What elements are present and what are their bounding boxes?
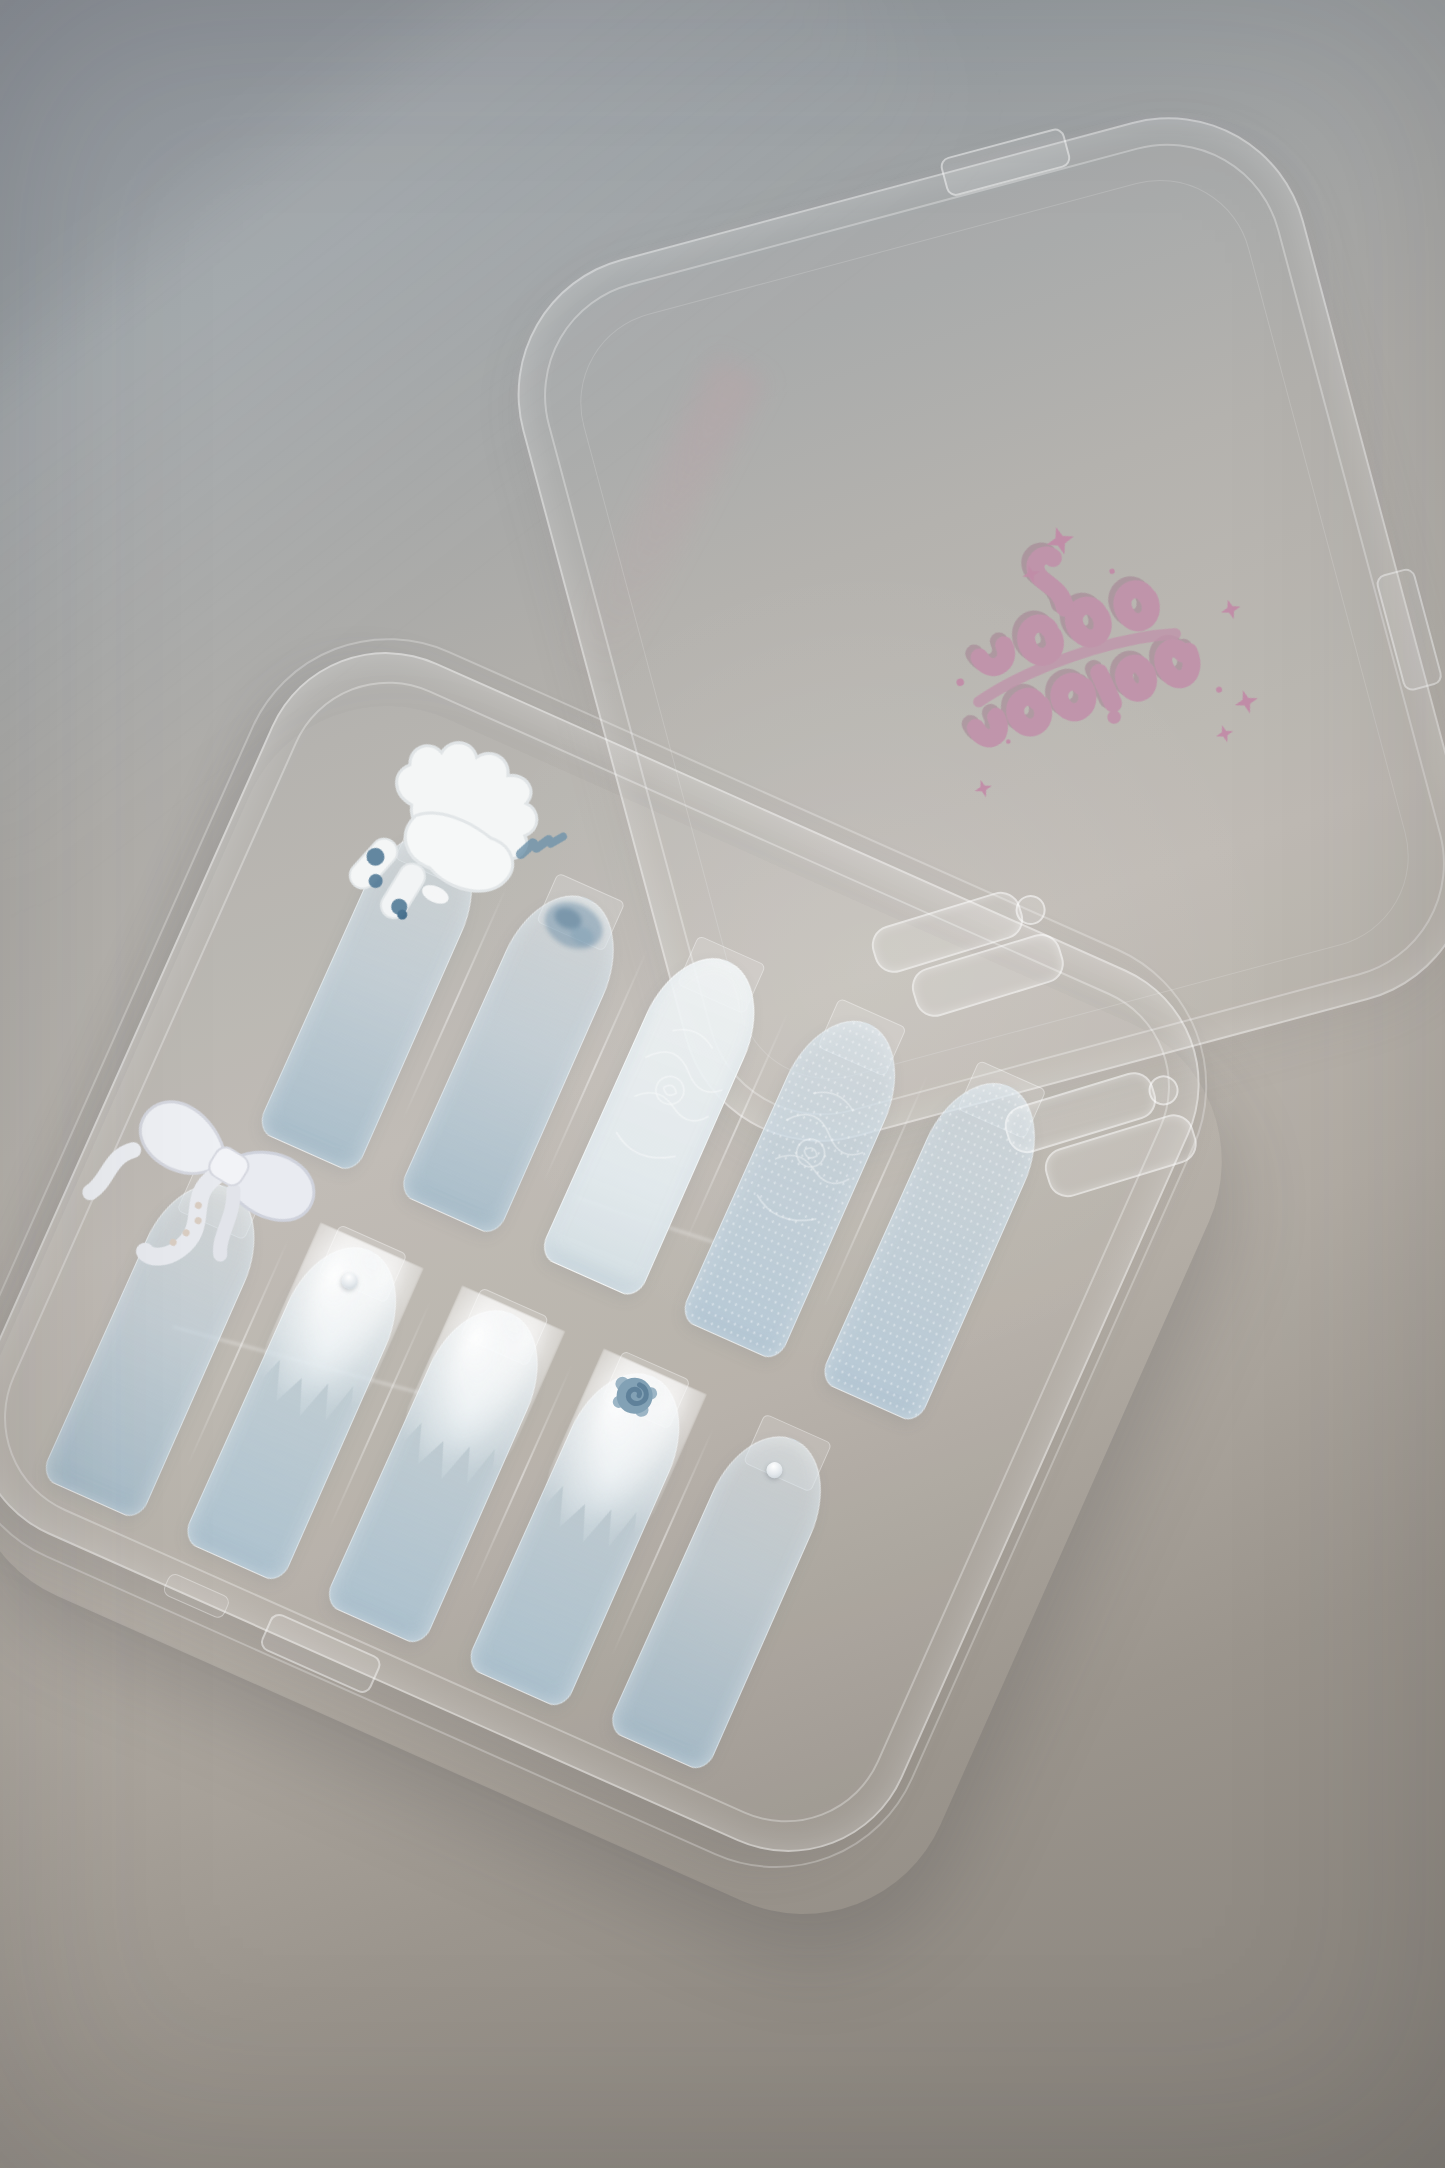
lid-latch bbox=[1374, 567, 1444, 693]
sparkle-icon bbox=[908, 482, 1278, 817]
base-latch bbox=[161, 1571, 231, 1620]
photo-scene bbox=[0, 0, 1445, 2168]
brand-logo bbox=[863, 463, 1287, 841]
